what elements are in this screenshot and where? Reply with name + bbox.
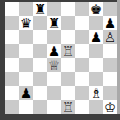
square-f3[interactable] bbox=[75, 72, 89, 86]
piece-white-rook: ♖ bbox=[62, 100, 74, 114]
square-e6[interactable] bbox=[61, 30, 75, 44]
square-c8[interactable]: ♜ bbox=[33, 2, 47, 16]
square-h5[interactable] bbox=[103, 44, 117, 58]
piece-black-pawn: ♟ bbox=[20, 86, 32, 100]
square-e4[interactable] bbox=[61, 58, 75, 72]
square-d4[interactable]: ♕ bbox=[47, 58, 61, 72]
square-d8[interactable] bbox=[47, 2, 61, 16]
square-a3[interactable] bbox=[5, 72, 19, 86]
piece-white-king: ♔ bbox=[104, 100, 116, 114]
square-f6[interactable] bbox=[75, 30, 89, 44]
square-e3[interactable] bbox=[61, 72, 75, 86]
square-a7[interactable] bbox=[5, 16, 19, 30]
square-c5[interactable] bbox=[33, 44, 47, 58]
square-h8[interactable] bbox=[103, 2, 117, 16]
square-e1[interactable]: ♖ bbox=[61, 100, 75, 114]
square-d1[interactable] bbox=[47, 100, 61, 114]
square-b5[interactable] bbox=[19, 44, 33, 58]
piece-white-bishop: ♗ bbox=[90, 86, 102, 100]
square-b6[interactable] bbox=[19, 30, 33, 44]
square-h7[interactable]: ♟ bbox=[103, 16, 117, 30]
square-c6[interactable] bbox=[33, 30, 47, 44]
square-f5[interactable] bbox=[75, 44, 89, 58]
square-h6[interactable]: ♙ bbox=[103, 30, 117, 44]
square-b8[interactable] bbox=[19, 2, 33, 16]
square-e2[interactable] bbox=[61, 86, 75, 100]
square-a8[interactable] bbox=[5, 2, 19, 16]
square-e8[interactable] bbox=[61, 2, 75, 16]
square-b3[interactable] bbox=[19, 72, 33, 86]
square-g3[interactable] bbox=[89, 72, 103, 86]
square-f2[interactable] bbox=[75, 86, 89, 100]
square-a5[interactable] bbox=[5, 44, 19, 58]
square-g4[interactable] bbox=[89, 58, 103, 72]
chess-board: ♜♚♛♜♟♟♙♟♖♕♟♗♖♔ bbox=[5, 2, 117, 114]
square-b7[interactable]: ♛ bbox=[19, 16, 33, 30]
square-d7[interactable]: ♜ bbox=[47, 16, 61, 30]
square-g1[interactable] bbox=[89, 100, 103, 114]
square-a4[interactable] bbox=[5, 58, 19, 72]
square-c4[interactable] bbox=[33, 58, 47, 72]
piece-black-pawn: ♟ bbox=[48, 44, 60, 58]
piece-black-rook: ♜ bbox=[48, 16, 60, 30]
square-a1[interactable] bbox=[5, 100, 19, 114]
piece-white-queen: ♕ bbox=[48, 58, 60, 72]
piece-white-rook: ♖ bbox=[62, 44, 74, 58]
square-h2[interactable] bbox=[103, 86, 117, 100]
piece-black-rook: ♜ bbox=[34, 2, 46, 16]
square-g6[interactable]: ♟ bbox=[89, 30, 103, 44]
square-f7[interactable] bbox=[75, 16, 89, 30]
square-d3[interactable] bbox=[47, 72, 61, 86]
square-d2[interactable] bbox=[47, 86, 61, 100]
board-frame: ♜♚♛♜♟♟♙♟♖♕♟♗♖♔ bbox=[0, 0, 120, 120]
square-g7[interactable] bbox=[89, 16, 103, 30]
square-g8[interactable]: ♚ bbox=[89, 2, 103, 16]
square-f8[interactable] bbox=[75, 2, 89, 16]
piece-black-pawn: ♟ bbox=[104, 16, 116, 30]
square-f1[interactable] bbox=[75, 100, 89, 114]
square-e7[interactable] bbox=[61, 16, 75, 30]
square-c3[interactable] bbox=[33, 72, 47, 86]
piece-white-pawn: ♙ bbox=[104, 30, 116, 44]
piece-black-king: ♚ bbox=[90, 2, 102, 16]
piece-black-pawn: ♟ bbox=[90, 30, 102, 44]
square-f4[interactable] bbox=[75, 58, 89, 72]
piece-black-queen: ♛ bbox=[20, 16, 32, 30]
square-c2[interactable] bbox=[33, 86, 47, 100]
square-c1[interactable] bbox=[33, 100, 47, 114]
square-b2[interactable]: ♟ bbox=[19, 86, 33, 100]
square-d6[interactable] bbox=[47, 30, 61, 44]
square-g5[interactable] bbox=[89, 44, 103, 58]
frame-right-edge bbox=[117, 0, 120, 114]
square-h1[interactable]: ♔ bbox=[103, 100, 117, 114]
square-b1[interactable] bbox=[19, 100, 33, 114]
square-b4[interactable] bbox=[19, 58, 33, 72]
square-h3[interactable] bbox=[103, 72, 117, 86]
square-a2[interactable] bbox=[5, 86, 19, 100]
square-e5[interactable]: ♖ bbox=[61, 44, 75, 58]
square-g2[interactable]: ♗ bbox=[89, 86, 103, 100]
square-a6[interactable] bbox=[5, 30, 19, 44]
square-h4[interactable] bbox=[103, 58, 117, 72]
square-d5[interactable]: ♟ bbox=[47, 44, 61, 58]
square-c7[interactable] bbox=[33, 16, 47, 30]
